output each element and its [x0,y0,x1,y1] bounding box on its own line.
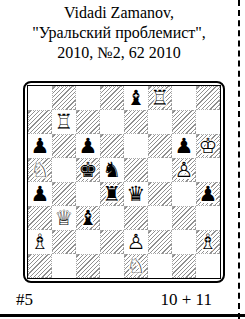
black-pawn-h4: ♟ [196,182,220,206]
square-g6: ♟ [172,134,196,158]
square-b1 [52,254,76,278]
square-c3: ♝ [76,206,100,230]
square-h4: ♟ [196,182,220,206]
white-rook-b7: ♖ [52,110,76,134]
black-knight-d5: ♞ [100,158,124,182]
black-pawn-c6: ♟ [76,134,100,158]
chess-board-frame: ♝♖♖♟♟♟♔♘♚♞♙♟♜♛♟♕♝♗♙♗♘ [23,81,225,283]
square-b2 [52,230,76,254]
square-e1: ♘ [124,254,148,278]
problem-diagram-page: Vidadi Zamanov, "Уральский проблемист", … [0,0,245,319]
square-e6 [124,134,148,158]
square-c1 [76,254,100,278]
square-h1 [196,254,220,278]
white-queen-b3: ♕ [52,206,76,230]
square-c2 [76,230,100,254]
black-queen-e4: ♛ [124,182,148,206]
square-f7 [148,110,172,134]
square-c8 [76,86,100,110]
square-f1 [148,254,172,278]
square-f8: ♖ [148,86,172,110]
square-e2: ♙ [124,230,148,254]
square-f3 [148,206,172,230]
square-e5 [124,158,148,182]
square-d4: ♜ [100,182,124,206]
white-pawn-g5: ♙ [172,158,196,182]
square-d5: ♞ [100,158,124,182]
square-b3: ♕ [52,206,76,230]
square-h8 [196,86,220,110]
square-d7 [100,110,124,134]
square-a8 [28,86,52,110]
problem-caption: #5 10 + 11 [16,290,212,310]
square-g7 [172,110,196,134]
square-g5: ♙ [172,158,196,182]
square-a7 [28,110,52,134]
square-e4: ♛ [124,182,148,206]
author-line: Vidadi Zamanov, [2,3,236,23]
square-b7: ♖ [52,110,76,134]
black-pawn-a4: ♟ [28,182,52,206]
black-king-c5: ♚ [76,158,100,182]
square-d8 [100,86,124,110]
square-g2 [172,230,196,254]
square-h6: ♔ [196,134,220,158]
square-b6 [52,134,76,158]
square-d3 [100,206,124,230]
page-bottom-border [0,314,245,317]
square-g3 [172,206,196,230]
white-bishop-a2: ♗ [28,230,52,254]
chess-board-inner-border: ♝♖♖♟♟♟♔♘♚♞♙♟♜♛♟♕♝♗♙♗♘ [27,85,221,279]
square-d6 [100,134,124,158]
square-g4 [172,182,196,206]
square-f5 [148,158,172,182]
square-h5 [196,158,220,182]
square-h7 [196,110,220,134]
stipulation-label: #5 [16,290,33,310]
square-c5: ♚ [76,158,100,182]
square-a1 [28,254,52,278]
square-h2: ♗ [196,230,220,254]
white-king-h6: ♔ [196,134,220,158]
black-rook-d4: ♜ [100,182,124,206]
black-pawn-g6: ♟ [172,134,196,158]
square-b5 [52,158,76,182]
white-pawn-e2: ♙ [124,230,148,254]
square-e3 [124,206,148,230]
square-a3 [28,206,52,230]
black-pawn-a6: ♟ [28,134,52,158]
square-b8 [52,86,76,110]
square-f4 [148,182,172,206]
square-f2 [148,230,172,254]
white-rook-f8: ♖ [148,86,172,110]
white-bishop-h2: ♗ [196,230,220,254]
square-a4: ♟ [28,182,52,206]
square-c7 [76,110,100,134]
square-a2: ♗ [28,230,52,254]
square-g8 [172,86,196,110]
white-knight-a5: ♘ [28,158,52,182]
square-f6 [148,134,172,158]
square-a5: ♘ [28,158,52,182]
chess-board: ♝♖♖♟♟♟♔♘♚♞♙♟♜♛♟♕♝♗♙♗♘ [28,86,220,278]
square-e7 [124,110,148,134]
issue-line: 2010, №2, 62 2010 [2,43,236,63]
page-right-dashed-border [238,0,240,319]
square-d2 [100,230,124,254]
square-e8: ♝ [124,86,148,110]
square-c4 [76,182,100,206]
source-line: "Уральский проблемист", [2,23,236,43]
black-bishop-e8: ♝ [124,86,148,110]
material-count-label: 10 + 11 [161,290,212,310]
square-h3 [196,206,220,230]
square-c6: ♟ [76,134,100,158]
square-d1 [100,254,124,278]
square-b4 [52,182,76,206]
white-knight-e1: ♘ [124,254,148,278]
square-g1 [172,254,196,278]
problem-header: Vidadi Zamanov, "Уральский проблемист", … [2,3,236,63]
black-bishop-c3: ♝ [76,206,100,230]
square-a6: ♟ [28,134,52,158]
